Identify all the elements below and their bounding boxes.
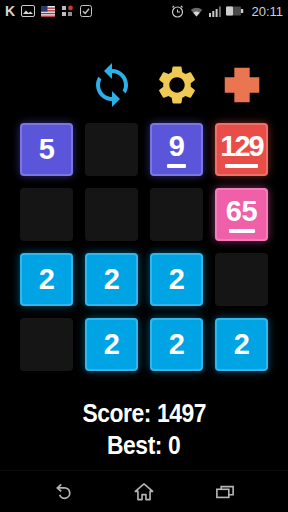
status-bar: K [0,0,288,22]
toolbar-spacer [20,58,73,111]
clock: 20:11 [251,4,283,19]
android-nav-bar [0,470,288,512]
signal-icon [209,6,221,17]
status-bar-notifications: K [5,4,92,18]
wifi-icon [189,5,204,17]
game-board[interactable]: 5912965222222 [20,123,268,371]
recents-icon [212,479,238,505]
empty-cell [215,253,268,306]
empty-cell [85,123,138,176]
tile-65: 65 [215,188,268,241]
refresh-icon [88,61,136,109]
gear-icon [154,62,200,108]
home-button[interactable] [131,479,157,505]
back-button[interactable] [50,479,76,505]
best-text: Best: 0 [107,429,180,461]
home-icon [131,479,157,505]
empty-cell [20,188,73,241]
empty-cell [150,188,203,241]
battery-icon [226,6,244,16]
data-sync-icon [61,5,74,17]
k-notification-icon: K [5,4,15,18]
plus-icon [219,62,265,108]
recents-button[interactable] [212,479,238,505]
tile-2: 2 [150,253,203,306]
tile-129: 129 [215,123,268,176]
task-checkbox-icon [80,5,92,17]
best-value: 0 [168,430,180,460]
back-icon [50,479,76,505]
status-bar-system: 20:11 [171,4,283,19]
empty-cell [85,188,138,241]
settings-button[interactable] [150,58,203,111]
add-tile-button[interactable] [215,58,268,111]
phone-screen: K [0,0,288,512]
tile-2: 2 [150,318,203,371]
alarm-icon [171,5,184,18]
tile-9: 9 [150,123,203,176]
restart-button[interactable] [85,58,138,111]
screenshot-icon [21,5,35,17]
tile-2: 2 [85,253,138,306]
tile-2: 2 [20,253,73,306]
tile-2: 2 [85,318,138,371]
empty-cell [20,318,73,371]
tile-5: 5 [20,123,73,176]
us-flag-icon [41,6,55,17]
tile-2: 2 [215,318,268,371]
score-text: Score: 1497 [82,397,206,429]
score-panel: Score: 1497 Best: 0 [0,397,288,461]
toolbar [20,58,268,111]
score-value: 1497 [157,398,206,428]
